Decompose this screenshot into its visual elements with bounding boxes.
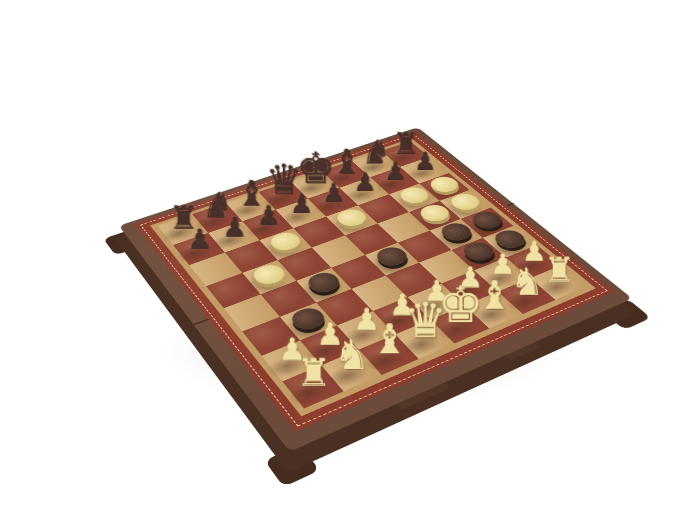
product-photo: ♜♞♝♛♚♝♞♜♟♟♟♟♟♟♟♟♟♟♟♟♟♟♟♟♜♞♝♛♚♝♞♜ bbox=[0, 0, 700, 525]
piece-cream-queen-d1[interactable]: ♛ bbox=[403, 296, 446, 344]
chess-checkers-board: ♜♞♝♛♚♝♞♜♟♟♟♟♟♟♟♟♟♟♟♟♟♟♟♟♜♞♝♛♚♝♞♜ bbox=[158, 141, 587, 408]
photo-scene: ♜♞♝♛♚♝♞♜♟♟♟♟♟♟♟♟♟♟♟♟♟♟♟♟♜♞♝♛♚♝♞♜ bbox=[0, 0, 700, 525]
